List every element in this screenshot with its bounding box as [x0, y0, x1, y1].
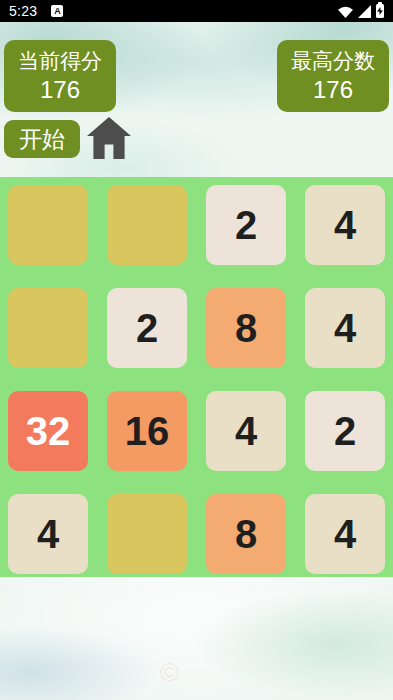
clock: 5:23: [9, 3, 37, 19]
empty-cell: [107, 494, 187, 574]
battery-charging-icon: [376, 4, 384, 18]
game-board[interactable]: 24284321642484: [0, 177, 393, 577]
current-score-label: 当前得分: [4, 48, 116, 74]
status-bar: 5:23 A: [0, 0, 393, 22]
current-score-value: 176: [4, 76, 116, 104]
tile-8: 8: [206, 288, 286, 368]
cellular-signal-icon: [358, 5, 371, 18]
current-score-box: 当前得分 176: [4, 40, 116, 112]
best-score-value: 176: [277, 76, 389, 104]
tile-4: 4: [305, 494, 385, 574]
app-screen: 5:23 A 当前得分 176 最高分数 176 开始 242: [0, 0, 393, 700]
tile-2: 2: [206, 185, 286, 265]
tile-2: 2: [107, 288, 187, 368]
tile-4: 4: [206, 391, 286, 471]
tile-4: 4: [305, 288, 385, 368]
empty-cell: [107, 185, 187, 265]
best-score-box: 最高分数 176: [277, 40, 389, 112]
tile-4: 4: [305, 185, 385, 265]
tile-32: 32: [8, 391, 88, 471]
tile-16: 16: [107, 391, 187, 471]
best-score-label: 最高分数: [277, 48, 389, 74]
start-button[interactable]: 开始: [4, 120, 80, 158]
empty-cell: [8, 185, 88, 265]
tile-4: 4: [8, 494, 88, 574]
wifi-icon: [338, 6, 353, 18]
tile-2: 2: [305, 391, 385, 471]
notification-app-icon: A: [51, 5, 63, 17]
home-button[interactable]: [85, 114, 133, 162]
tile-8: 8: [206, 494, 286, 574]
home-icon: [85, 114, 133, 162]
empty-cell: [8, 288, 88, 368]
status-icons: [338, 4, 384, 18]
watermark: ©: [160, 657, 185, 688]
